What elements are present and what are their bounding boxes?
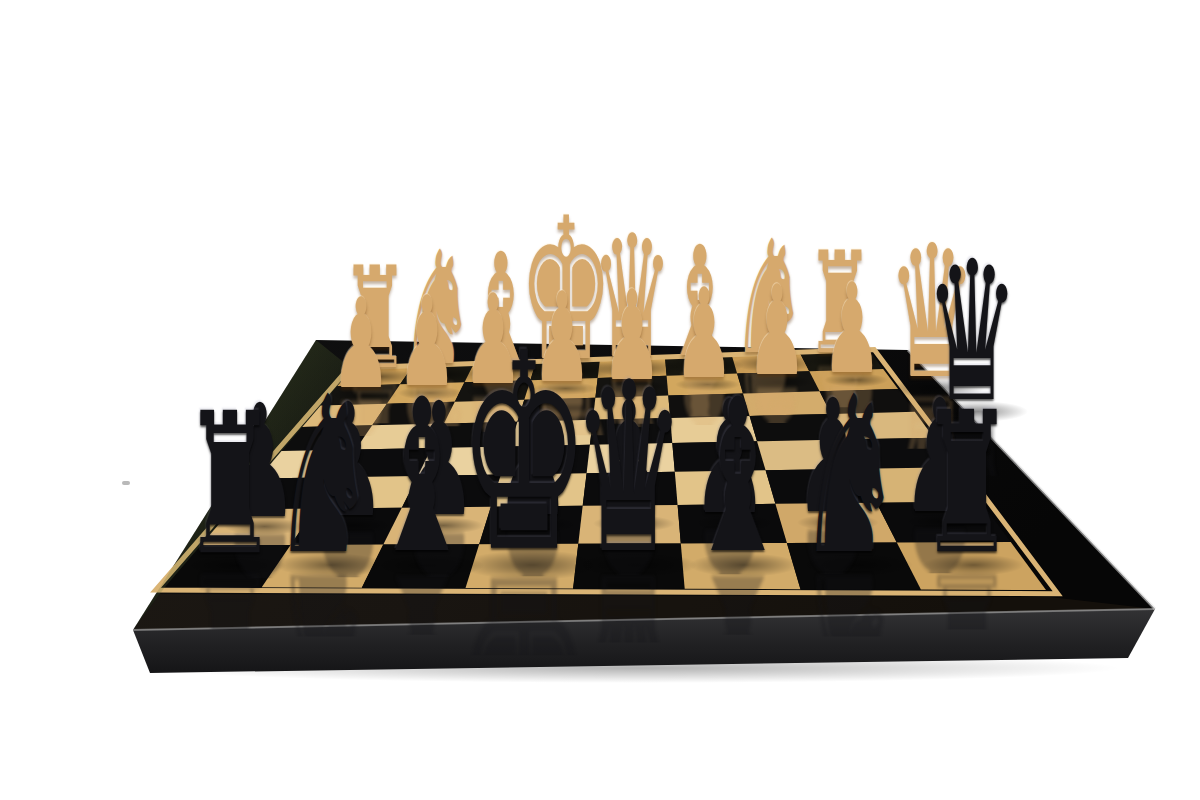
photo-artifact bbox=[122, 481, 130, 485]
square-d7[interactable] bbox=[578, 505, 681, 544]
square-d6[interactable] bbox=[583, 472, 678, 506]
square-b6[interactable] bbox=[766, 469, 877, 504]
square-c2[interactable] bbox=[667, 374, 743, 396]
square-d3[interactable] bbox=[593, 396, 670, 420]
square-c7[interactable] bbox=[678, 504, 787, 544]
square-f7[interactable] bbox=[383, 507, 491, 545]
square-c4[interactable] bbox=[670, 416, 757, 443]
square-e5[interactable] bbox=[501, 445, 590, 475]
square-a3[interactable] bbox=[820, 389, 915, 414]
square-a2[interactable] bbox=[809, 369, 898, 391]
square-f4[interactable] bbox=[432, 422, 518, 448]
square-c3[interactable] bbox=[668, 394, 749, 418]
square-f6[interactable] bbox=[402, 475, 501, 508]
square-e7[interactable] bbox=[479, 506, 583, 544]
square-b4[interactable] bbox=[750, 414, 845, 441]
square-b2[interactable] bbox=[737, 371, 820, 393]
square-e4[interactable] bbox=[510, 420, 593, 447]
square-c5[interactable] bbox=[672, 441, 765, 472]
chess-set-photo: ♜♜♞♞♝♝♛♛♚♚♝♝♞♞♜♜♟♟♟♟♟♟♟♟♟♟♟♟♟♟♟♟♛♛♛♛♟♟♟♟… bbox=[0, 0, 1200, 800]
square-d8[interactable] bbox=[573, 543, 685, 588]
square-c6[interactable] bbox=[675, 470, 776, 505]
square-f3[interactable] bbox=[444, 400, 524, 424]
square-b3[interactable] bbox=[743, 391, 831, 416]
square-f5[interactable] bbox=[418, 446, 510, 476]
square-d5[interactable] bbox=[587, 443, 675, 473]
square-e3[interactable] bbox=[517, 398, 595, 422]
square-e2[interactable] bbox=[524, 378, 597, 400]
square-e8[interactable] bbox=[466, 544, 579, 589]
square-d4[interactable] bbox=[590, 418, 672, 445]
square-f2[interactable] bbox=[455, 380, 531, 402]
square-d2[interactable] bbox=[595, 376, 668, 398]
square-c8[interactable] bbox=[681, 543, 801, 589]
square-e6[interactable] bbox=[491, 473, 587, 507]
chess-board bbox=[0, 0, 1200, 800]
square-b5[interactable] bbox=[757, 440, 859, 471]
square-b7[interactable] bbox=[775, 503, 896, 543]
